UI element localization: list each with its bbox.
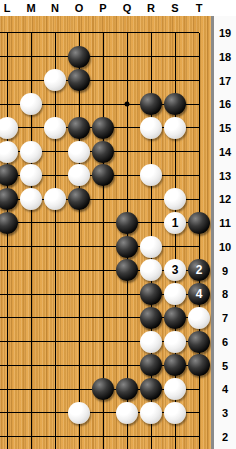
intersection-O12[interactable]: [67, 187, 91, 211]
black-stone-O15[interactable]: [68, 117, 90, 139]
black-stone-T11[interactable]: [188, 212, 210, 234]
black-stone-Q11[interactable]: [116, 212, 138, 234]
intersection-L15[interactable]: [0, 116, 19, 140]
intersection-O16[interactable]: [67, 92, 91, 116]
intersection-M8[interactable]: [19, 282, 43, 306]
star-point-Q16: [125, 102, 130, 107]
intersection-O4[interactable]: [67, 377, 91, 401]
intersection-R2[interactable]: [139, 425, 163, 449]
intersection-Q15[interactable]: [115, 116, 139, 140]
column-label-R: R: [139, 0, 163, 16]
intersection-T16[interactable]: [187, 92, 211, 116]
intersection-S3[interactable]: [163, 401, 187, 425]
intersection-M13[interactable]: [19, 164, 43, 188]
white-stone-S15[interactable]: [164, 117, 186, 139]
intersection-Q18[interactable]: [115, 45, 139, 69]
intersection-L10[interactable]: [0, 235, 19, 259]
intersection-P9[interactable]: [91, 259, 115, 283]
intersection-N19[interactable]: [43, 21, 67, 45]
intersection-S15[interactable]: [163, 116, 187, 140]
intersection-O18[interactable]: [67, 45, 91, 69]
intersection-Q6[interactable]: [115, 330, 139, 354]
intersection-R18[interactable]: [139, 45, 163, 69]
intersection-P18[interactable]: [91, 45, 115, 69]
intersection-L18[interactable]: [0, 45, 19, 69]
black-stone-L11[interactable]: [0, 212, 18, 234]
white-stone-R6[interactable]: [140, 331, 162, 353]
intersection-R15[interactable]: [139, 116, 163, 140]
black-stone-P14[interactable]: [92, 141, 114, 163]
intersection-O8[interactable]: [67, 282, 91, 306]
intersection-L7[interactable]: [0, 306, 19, 330]
intersection-N11[interactable]: [43, 211, 67, 235]
white-stone-S8[interactable]: [164, 283, 186, 305]
white-stone-O3[interactable]: [68, 402, 90, 424]
intersection-S18[interactable]: [163, 45, 187, 69]
intersection-T15[interactable]: [187, 116, 211, 140]
intersection-M9[interactable]: [19, 259, 43, 283]
intersection-T2[interactable]: [187, 425, 211, 449]
intersection-L13[interactable]: [0, 164, 19, 188]
intersection-S12[interactable]: [163, 187, 187, 211]
move-number-2: 2: [196, 263, 203, 277]
white-stone-N12[interactable]: [44, 188, 66, 210]
white-stone-L14[interactable]: [0, 141, 18, 163]
intersection-T18[interactable]: [187, 45, 211, 69]
black-stone-T5[interactable]: [188, 354, 210, 376]
row-label-9: 9: [214, 263, 236, 279]
intersection-N12[interactable]: [43, 187, 67, 211]
intersection-Q14[interactable]: [115, 140, 139, 164]
intersection-S19[interactable]: [163, 21, 187, 45]
intersection-N14[interactable]: [43, 140, 67, 164]
intersection-N18[interactable]: [43, 45, 67, 69]
intersection-Q8[interactable]: [115, 282, 139, 306]
black-stone-R5[interactable]: [140, 354, 162, 376]
intersection-P12[interactable]: [91, 187, 115, 211]
column-label-O: O: [67, 0, 91, 16]
intersection-O10[interactable]: [67, 235, 91, 259]
white-stone-N15[interactable]: [44, 117, 66, 139]
intersection-Q16[interactable]: [115, 92, 139, 116]
intersection-N6[interactable]: [43, 330, 67, 354]
intersection-R11[interactable]: [139, 211, 163, 235]
white-stone-O14[interactable]: [68, 141, 90, 163]
row-labels: 1918171615141312111098765432: [214, 16, 236, 449]
intersection-P11[interactable]: [91, 211, 115, 235]
black-stone-Q9[interactable]: [116, 259, 138, 281]
intersection-R16[interactable]: [139, 92, 163, 116]
intersection-S16[interactable]: [163, 92, 187, 116]
intersection-N7[interactable]: [43, 306, 67, 330]
intersection-Q13[interactable]: [115, 164, 139, 188]
column-label-M: M: [19, 0, 43, 16]
column-labels: LMNOPQRST: [0, 0, 211, 16]
intersection-Q17[interactable]: [115, 69, 139, 93]
intersection-M14[interactable]: [19, 140, 43, 164]
intersection-Q4[interactable]: [115, 377, 139, 401]
black-stone-Q4[interactable]: [116, 378, 138, 400]
intersection-N3[interactable]: [43, 401, 67, 425]
intersection-P6[interactable]: [91, 330, 115, 354]
row-label-13: 13: [214, 168, 236, 184]
intersection-S4[interactable]: [163, 377, 187, 401]
intersection-L4[interactable]: [0, 377, 19, 401]
intersection-T3[interactable]: [187, 401, 211, 425]
intersection-P13[interactable]: [91, 164, 115, 188]
white-stone-S4[interactable]: [164, 378, 186, 400]
row-label-5: 5: [214, 358, 236, 374]
black-stone-S16[interactable]: [164, 93, 186, 115]
black-stone-P4[interactable]: [92, 378, 114, 400]
intersection-M7[interactable]: [19, 306, 43, 330]
intersection-L16[interactable]: [0, 92, 19, 116]
intersection-M15[interactable]: [19, 116, 43, 140]
intersection-M16[interactable]: [19, 92, 43, 116]
intersection-P10[interactable]: [91, 235, 115, 259]
white-stone-R9[interactable]: [140, 259, 162, 281]
black-stone-Q10[interactable]: [116, 236, 138, 258]
intersection-S5[interactable]: [163, 354, 187, 378]
intersection-R3[interactable]: [139, 401, 163, 425]
black-stone-O18[interactable]: [68, 46, 90, 68]
intersection-P14[interactable]: [91, 140, 115, 164]
intersection-T19[interactable]: [187, 21, 211, 45]
black-stone-T9[interactable]: 2: [188, 259, 210, 281]
intersection-R7[interactable]: [139, 306, 163, 330]
intersection-O17[interactable]: [67, 69, 91, 93]
intersection-T6[interactable]: [187, 330, 211, 354]
intersection-M4[interactable]: [19, 377, 43, 401]
intersection-M3[interactable]: [19, 401, 43, 425]
row-label-10: 10: [214, 239, 236, 255]
intersection-O5[interactable]: [67, 354, 91, 378]
intersection-L5[interactable]: [0, 354, 19, 378]
intersection-M11[interactable]: [19, 211, 43, 235]
intersection-L3[interactable]: [0, 401, 19, 425]
black-stone-P13[interactable]: [92, 164, 114, 186]
intersection-S11[interactable]: 1: [163, 211, 187, 235]
black-stone-T8[interactable]: 4: [188, 283, 210, 305]
row-label-17: 17: [214, 73, 236, 89]
move-number-1: 1: [172, 216, 179, 230]
intersection-L14[interactable]: [0, 140, 19, 164]
black-stone-P15[interactable]: [92, 117, 114, 139]
intersection-T7[interactable]: [187, 306, 211, 330]
intersection-O9[interactable]: [67, 259, 91, 283]
column-label-T: T: [187, 0, 211, 16]
intersection-S7[interactable]: [163, 306, 187, 330]
row-label-3: 3: [214, 405, 236, 421]
intersection-R14[interactable]: [139, 140, 163, 164]
row-label-16: 16: [214, 96, 236, 112]
intersection-Q12[interactable]: [115, 187, 139, 211]
intersection-T5[interactable]: [187, 354, 211, 378]
intersection-M19[interactable]: [19, 21, 43, 45]
intersection-P3[interactable]: [91, 401, 115, 425]
row-label-14: 14: [214, 144, 236, 160]
intersection-P7[interactable]: [91, 306, 115, 330]
white-stone-R10[interactable]: [140, 236, 162, 258]
intersection-M17[interactable]: [19, 69, 43, 93]
column-label-N: N: [43, 0, 67, 16]
intersection-Q10[interactable]: [115, 235, 139, 259]
white-stone-N17[interactable]: [44, 69, 66, 91]
row-label-19: 19: [214, 25, 236, 41]
intersection-R13[interactable]: [139, 164, 163, 188]
intersection-S2[interactable]: [163, 425, 187, 449]
intersection-R17[interactable]: [139, 69, 163, 93]
move-number-4: 4: [196, 287, 203, 301]
intersection-O7[interactable]: [67, 306, 91, 330]
intersection-N2[interactable]: [43, 425, 67, 449]
intersection-T12[interactable]: [187, 187, 211, 211]
black-stone-R7[interactable]: [140, 307, 162, 329]
black-stone-O12[interactable]: [68, 188, 90, 210]
intersection-M18[interactable]: [19, 45, 43, 69]
black-stone-R8[interactable]: [140, 283, 162, 305]
intersection-R8[interactable]: [139, 282, 163, 306]
intersection-Q3[interactable]: [115, 401, 139, 425]
row-label-8: 8: [214, 286, 236, 302]
go-board: 1324: [0, 16, 211, 449]
intersection-S6[interactable]: [163, 330, 187, 354]
intersection-M12[interactable]: [19, 187, 43, 211]
intersection-R19[interactable]: [139, 21, 163, 45]
intersection-R5[interactable]: [139, 354, 163, 378]
intersection-L9[interactable]: [0, 259, 19, 283]
intersection-S14[interactable]: [163, 140, 187, 164]
intersection-M5[interactable]: [19, 354, 43, 378]
row-label-4: 4: [214, 381, 236, 397]
intersection-O13[interactable]: [67, 164, 91, 188]
intersection-P8[interactable]: [91, 282, 115, 306]
intersection-P17[interactable]: [91, 69, 115, 93]
intersection-P5[interactable]: [91, 354, 115, 378]
column-label-P: P: [91, 0, 115, 16]
intersection-R12[interactable]: [139, 187, 163, 211]
intersection-N15[interactable]: [43, 116, 67, 140]
intersection-M10[interactable]: [19, 235, 43, 259]
intersection-R6[interactable]: [139, 330, 163, 354]
intersection-Q11[interactable]: [115, 211, 139, 235]
intersection-P4[interactable]: [91, 377, 115, 401]
intersection-O3[interactable]: [67, 401, 91, 425]
intersection-T8[interactable]: 4: [187, 282, 211, 306]
move-number-3: 3: [172, 263, 179, 277]
intersection-N5[interactable]: [43, 354, 67, 378]
row-label-7: 7: [214, 310, 236, 326]
intersection-N17[interactable]: [43, 69, 67, 93]
white-stone-Q3[interactable]: [116, 402, 138, 424]
go-app-window: LMNOPQRST 1324 1918171615141312111098765…: [0, 0, 236, 449]
intersection-Q9[interactable]: [115, 259, 139, 283]
white-stone-S11[interactable]: 1: [164, 212, 186, 234]
white-stone-M13[interactable]: [20, 164, 42, 186]
black-stone-R16[interactable]: [140, 93, 162, 115]
intersection-S10[interactable]: [163, 235, 187, 259]
intersection-L8[interactable]: [0, 282, 19, 306]
intersection-S9[interactable]: 3: [163, 259, 187, 283]
intersection-Q2[interactable]: [115, 425, 139, 449]
intersection-O11[interactable]: [67, 211, 91, 235]
intersection-L2[interactable]: [0, 425, 19, 449]
intersection-N13[interactable]: [43, 164, 67, 188]
intersection-O19[interactable]: [67, 21, 91, 45]
white-stone-S6[interactable]: [164, 331, 186, 353]
intersection-R9[interactable]: [139, 259, 163, 283]
intersection-L19[interactable]: [0, 21, 19, 45]
white-stone-S9[interactable]: 3: [164, 259, 186, 281]
white-stone-O13[interactable]: [68, 164, 90, 186]
white-stone-R15[interactable]: [140, 117, 162, 139]
intersection-S17[interactable]: [163, 69, 187, 93]
column-label-S: S: [163, 0, 187, 16]
intersection-M6[interactable]: [19, 330, 43, 354]
black-stone-T6[interactable]: [188, 331, 210, 353]
intersection-S13[interactable]: [163, 164, 187, 188]
intersection-R10[interactable]: [139, 235, 163, 259]
white-stone-S12[interactable]: [164, 188, 186, 210]
intersection-P15[interactable]: [91, 116, 115, 140]
intersection-O14[interactable]: [67, 140, 91, 164]
intersection-N4[interactable]: [43, 377, 67, 401]
row-label-2: 2: [214, 429, 236, 445]
intersection-P2[interactable]: [91, 425, 115, 449]
intersection-O6[interactable]: [67, 330, 91, 354]
intersection-L6[interactable]: [0, 330, 19, 354]
white-stone-S3[interactable]: [164, 402, 186, 424]
intersection-L17[interactable]: [0, 69, 19, 93]
intersection-M2[interactable]: [19, 425, 43, 449]
intersection-T10[interactable]: [187, 235, 211, 259]
intersection-R4[interactable]: [139, 377, 163, 401]
black-stone-L13[interactable]: [0, 164, 18, 186]
intersection-T17[interactable]: [187, 69, 211, 93]
white-stone-M16[interactable]: [20, 93, 42, 115]
black-stone-S7[interactable]: [164, 307, 186, 329]
intersection-Q19[interactable]: [115, 21, 139, 45]
board-grid: 1324: [0, 21, 211, 449]
column-label-L: L: [0, 0, 19, 16]
black-stone-O17[interactable]: [68, 69, 90, 91]
white-stone-R3[interactable]: [140, 402, 162, 424]
column-label-Q: Q: [115, 0, 139, 16]
row-label-6: 6: [214, 334, 236, 350]
row-label-15: 15: [214, 120, 236, 136]
intersection-N8[interactable]: [43, 282, 67, 306]
intersection-P19[interactable]: [91, 21, 115, 45]
intersection-S8[interactable]: [163, 282, 187, 306]
intersection-Q7[interactable]: [115, 306, 139, 330]
white-stone-M14[interactable]: [20, 141, 42, 163]
intersection-T4[interactable]: [187, 377, 211, 401]
row-label-11: 11: [214, 215, 236, 231]
intersection-T14[interactable]: [187, 140, 211, 164]
intersection-T9[interactable]: 2: [187, 259, 211, 283]
white-stone-T7[interactable]: [188, 307, 210, 329]
white-stone-M12[interactable]: [20, 188, 42, 210]
black-stone-S5[interactable]: [164, 354, 186, 376]
intersection-Q5[interactable]: [115, 354, 139, 378]
white-stone-R13[interactable]: [140, 164, 162, 186]
intersection-O15[interactable]: [67, 116, 91, 140]
intersection-N16[interactable]: [43, 92, 67, 116]
intersection-P16[interactable]: [91, 92, 115, 116]
black-stone-L12[interactable]: [0, 188, 18, 210]
intersection-L12[interactable]: [0, 187, 19, 211]
row-label-18: 18: [214, 49, 236, 65]
black-stone-R4[interactable]: [140, 378, 162, 400]
intersection-T11[interactable]: [187, 211, 211, 235]
intersection-T13[interactable]: [187, 164, 211, 188]
intersection-N10[interactable]: [43, 235, 67, 259]
white-stone-L15[interactable]: [0, 117, 18, 139]
intersection-N9[interactable]: [43, 259, 67, 283]
intersection-L11[interactable]: [0, 211, 19, 235]
row-label-12: 12: [214, 191, 236, 207]
intersection-O2[interactable]: [67, 425, 91, 449]
